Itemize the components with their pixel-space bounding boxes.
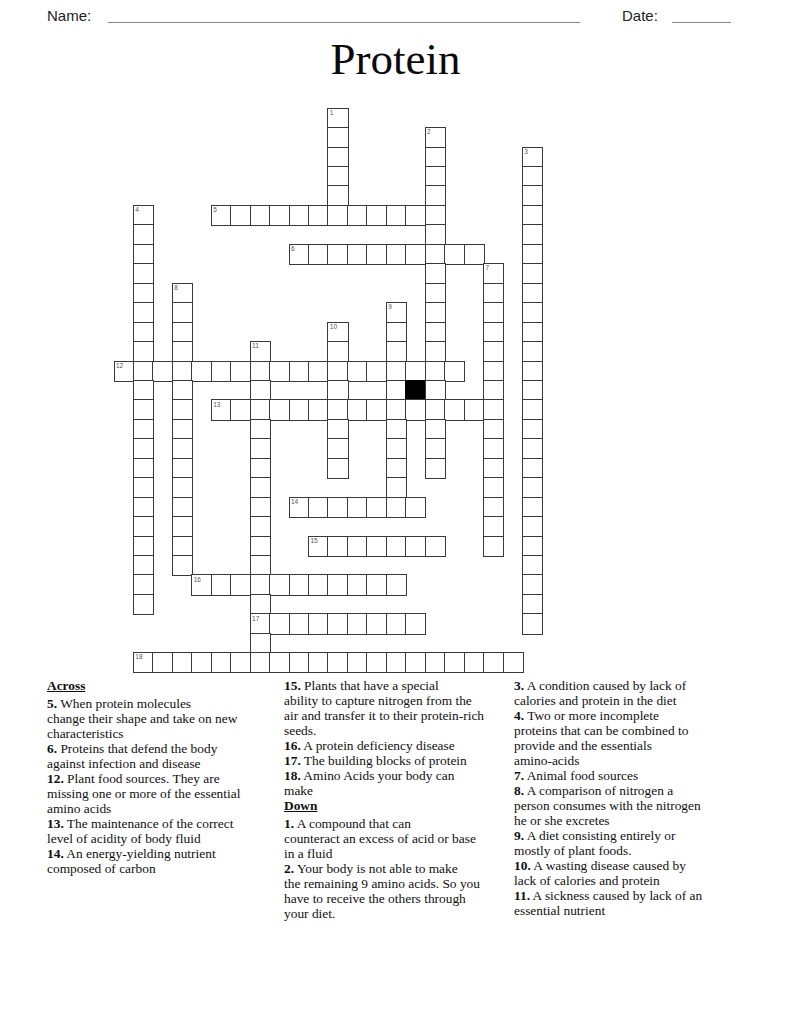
worksheet-page: Name: Date: Protein 12345678910111213141… xyxy=(0,0,791,1024)
grid-cell[interactable] xyxy=(250,613,271,634)
clue-number-label: 14. xyxy=(47,846,64,861)
grid-cell[interactable] xyxy=(522,185,543,206)
grid-cell[interactable] xyxy=(386,302,407,323)
black-cell xyxy=(405,380,426,401)
grid-cell[interactable] xyxy=(327,438,348,459)
clue-number-label: 1. xyxy=(284,816,294,831)
clue-number-label: 2. xyxy=(284,861,294,876)
grid-cell[interactable] xyxy=(327,341,348,362)
grid-cell[interactable] xyxy=(269,613,290,634)
grid-cell[interactable] xyxy=(522,341,543,362)
grid-cell[interactable] xyxy=(133,361,154,382)
grid-cell[interactable] xyxy=(172,438,193,459)
grid-cell[interactable] xyxy=(464,244,485,265)
grid-cell[interactable] xyxy=(133,536,154,557)
grid-cell[interactable] xyxy=(308,399,329,420)
grid-cell[interactable] xyxy=(405,536,426,557)
grid-cell[interactable] xyxy=(211,361,232,382)
grid-cell[interactable] xyxy=(405,613,426,634)
grid-cell[interactable] xyxy=(522,594,543,615)
grid-cell[interactable] xyxy=(366,497,387,518)
grid-cell[interactable] xyxy=(425,263,446,284)
grid-cell[interactable] xyxy=(464,652,485,673)
grid-cell[interactable] xyxy=(405,244,426,265)
grid-cell[interactable] xyxy=(308,652,329,673)
across-clue-6: 6. Proteins that defend the body against… xyxy=(47,741,290,771)
grid-cell[interactable] xyxy=(522,438,543,459)
grid-cell[interactable] xyxy=(327,399,348,420)
grid-cell[interactable] xyxy=(425,536,446,557)
grid-cell[interactable] xyxy=(483,341,504,362)
grid-cell[interactable] xyxy=(386,458,407,479)
grid-cell[interactable] xyxy=(366,613,387,634)
grid-cell[interactable] xyxy=(483,283,504,304)
grid-cell[interactable] xyxy=(522,322,543,343)
across-clue-17: 17. The building blocks of protein xyxy=(284,753,527,768)
grid-cell[interactable] xyxy=(483,302,504,323)
grid-cell[interactable] xyxy=(522,224,543,245)
grid-cell[interactable] xyxy=(230,652,251,673)
grid-cell[interactable] xyxy=(483,399,504,420)
grid-cell[interactable] xyxy=(483,516,504,537)
grid-cell[interactable] xyxy=(386,477,407,498)
grid-cell[interactable] xyxy=(425,244,446,265)
grid-cell[interactable] xyxy=(172,322,193,343)
grid-cell[interactable] xyxy=(250,477,271,498)
grid-cell[interactable] xyxy=(172,399,193,420)
grid-cell[interactable] xyxy=(172,380,193,401)
grid-cell[interactable] xyxy=(250,536,271,557)
grid-cell[interactable] xyxy=(133,574,154,595)
down-clue-11: 11. A sickness caused by lack of an esse… xyxy=(514,888,757,918)
grid-cell[interactable] xyxy=(464,399,485,420)
grid-cell[interactable] xyxy=(289,574,310,595)
grid-cell[interactable] xyxy=(289,361,310,382)
across-clue-14: 14. An energy-yielding nutrient composed… xyxy=(47,846,290,876)
grid-cell[interactable] xyxy=(483,380,504,401)
grid-cell[interactable] xyxy=(483,477,504,498)
clue-column-2: 15. Plants that have a special ability t… xyxy=(284,678,527,921)
grid-cell[interactable] xyxy=(386,613,407,634)
grid-cell[interactable] xyxy=(327,108,348,129)
grid-cell[interactable] xyxy=(327,205,348,226)
grid-cell[interactable] xyxy=(327,536,348,557)
grid-cell[interactable] xyxy=(522,536,543,557)
grid-cell[interactable] xyxy=(191,361,212,382)
grid-cell[interactable] xyxy=(250,574,271,595)
grid-cell[interactable] xyxy=(250,458,271,479)
clue-number-label: 8. xyxy=(514,783,524,798)
grid-cell[interactable] xyxy=(522,555,543,576)
grid-cell[interactable] xyxy=(133,399,154,420)
across-heading: Across xyxy=(47,678,290,693)
grid-cell[interactable] xyxy=(211,574,232,595)
grid-cell[interactable] xyxy=(289,652,310,673)
grid-cell[interactable] xyxy=(386,399,407,420)
grid-cell[interactable] xyxy=(386,536,407,557)
clue-number-label: 11. xyxy=(514,888,530,903)
grid-cell[interactable] xyxy=(425,185,446,206)
grid-cell[interactable] xyxy=(133,380,154,401)
grid-cell[interactable] xyxy=(172,361,193,382)
grid-cell[interactable] xyxy=(366,361,387,382)
grid-cell[interactable] xyxy=(133,594,154,615)
grid-cell[interactable] xyxy=(250,419,271,440)
grid-cell[interactable] xyxy=(405,652,426,673)
grid-cell[interactable] xyxy=(250,205,271,226)
grid-cell[interactable] xyxy=(133,497,154,518)
grid-cell[interactable] xyxy=(152,652,173,673)
name-label: Name: xyxy=(47,7,91,24)
grid-cell[interactable] xyxy=(327,244,348,265)
grid-cell[interactable] xyxy=(250,555,271,576)
grid-cell[interactable] xyxy=(327,497,348,518)
grid-cell[interactable] xyxy=(522,477,543,498)
grid-cell[interactable] xyxy=(269,205,290,226)
grid-cell[interactable] xyxy=(405,399,426,420)
clue-number-label: 3. xyxy=(514,678,524,693)
grid-cell[interactable] xyxy=(172,555,193,576)
grid-cell[interactable] xyxy=(483,263,504,284)
grid-cell[interactable] xyxy=(327,127,348,148)
grid-cell[interactable] xyxy=(522,263,543,284)
down-clue-7: 7. Animal food sources xyxy=(514,768,757,783)
grid-cell[interactable] xyxy=(172,652,193,673)
grid-cell[interactable] xyxy=(289,497,310,518)
clue-number-label: 4. xyxy=(514,708,524,723)
grid-cell[interactable] xyxy=(347,574,368,595)
grid-cell[interactable] xyxy=(347,536,368,557)
grid-cell[interactable] xyxy=(133,555,154,576)
grid-cell[interactable] xyxy=(133,224,154,245)
grid-cell[interactable] xyxy=(386,205,407,226)
grid-cell[interactable] xyxy=(366,652,387,673)
clue-number-label: 18. xyxy=(284,768,301,783)
grid-cell[interactable] xyxy=(133,244,154,265)
grid-cell[interactable] xyxy=(133,263,154,284)
grid-cell[interactable] xyxy=(250,652,271,673)
grid-cell[interactable] xyxy=(327,613,348,634)
grid-cell[interactable] xyxy=(386,574,407,595)
grid-cell[interactable] xyxy=(425,361,446,382)
grid-cell[interactable] xyxy=(347,652,368,673)
grid-cell[interactable] xyxy=(327,361,348,382)
grid-cell[interactable] xyxy=(250,361,271,382)
grid-cell[interactable] xyxy=(386,497,407,518)
grid-cell[interactable] xyxy=(289,399,310,420)
grid-cell[interactable] xyxy=(522,283,543,304)
grid-cell[interactable] xyxy=(211,399,232,420)
grid-cell[interactable] xyxy=(444,399,465,420)
grid-cell[interactable] xyxy=(522,361,543,382)
grid-cell[interactable] xyxy=(327,147,348,168)
grid-cell[interactable] xyxy=(327,458,348,479)
clue-column-1: Across5. When protein molecules change t… xyxy=(47,678,290,876)
clue-column-3: 3. A condition caused by lack of calorie… xyxy=(514,678,757,918)
grid-cell[interactable] xyxy=(483,322,504,343)
grid-cell[interactable] xyxy=(172,341,193,362)
grid-cell[interactable] xyxy=(327,185,348,206)
grid-cell[interactable] xyxy=(211,205,232,226)
grid-cell[interactable] xyxy=(308,574,329,595)
grid-cell[interactable] xyxy=(250,438,271,459)
grid-cell[interactable] xyxy=(425,399,446,420)
grid-cell[interactable] xyxy=(522,516,543,537)
grid-cell[interactable] xyxy=(425,322,446,343)
grid-cell[interactable] xyxy=(425,438,446,459)
grid-cell[interactable] xyxy=(386,652,407,673)
grid-cell[interactable] xyxy=(289,205,310,226)
grid-cell[interactable] xyxy=(425,283,446,304)
grid-cell[interactable] xyxy=(386,380,407,401)
grid-cell[interactable] xyxy=(308,613,329,634)
grid-cell[interactable] xyxy=(250,516,271,537)
grid-cell[interactable] xyxy=(425,652,446,673)
grid-cell[interactable] xyxy=(366,574,387,595)
grid-cell[interactable] xyxy=(483,438,504,459)
grid-cell[interactable] xyxy=(425,302,446,323)
down-clue-4: 4. Two or more incomplete proteins that … xyxy=(514,708,757,768)
down-clue-1: 1. A compound that can counteract an exc… xyxy=(284,816,527,861)
grid-cell[interactable] xyxy=(327,419,348,440)
grid-cell[interactable] xyxy=(172,302,193,323)
grid-cell[interactable] xyxy=(483,361,504,382)
grid-cell[interactable] xyxy=(405,361,426,382)
grid-cell[interactable] xyxy=(308,536,329,557)
down-clue-8: 8. A comparison of nitrogen a person con… xyxy=(514,783,757,828)
across-clue-15: 15. Plants that have a special ability t… xyxy=(284,678,527,738)
grid-cell[interactable] xyxy=(405,497,426,518)
grid-cell[interactable] xyxy=(250,341,271,362)
grid-cell[interactable] xyxy=(250,594,271,615)
grid-cell[interactable] xyxy=(347,613,368,634)
grid-cell[interactable] xyxy=(230,399,251,420)
grid-cell[interactable] xyxy=(366,244,387,265)
grid-cell[interactable] xyxy=(308,361,329,382)
down-clue-10: 10. A wasting disease caused by lack of … xyxy=(514,858,757,888)
grid-cell[interactable] xyxy=(289,244,310,265)
grid-cell[interactable] xyxy=(250,399,271,420)
date-blank-line[interactable] xyxy=(672,22,731,23)
grid-cell[interactable] xyxy=(522,166,543,187)
grid-cell[interactable] xyxy=(425,127,446,148)
grid-cell[interactable] xyxy=(172,536,193,557)
grid-cell[interactable] xyxy=(133,322,154,343)
grid-cell[interactable] xyxy=(152,361,173,382)
grid-cell[interactable] xyxy=(133,302,154,323)
grid-cell[interactable] xyxy=(366,399,387,420)
grid-cell[interactable] xyxy=(250,497,271,518)
grid-cell[interactable] xyxy=(483,652,504,673)
grid-cell[interactable] xyxy=(386,361,407,382)
down-clue-2: 2. Your body is not able to make the rem… xyxy=(284,861,527,921)
crossword-grid: 123456789101112131415161718 xyxy=(114,108,542,673)
grid-cell[interactable] xyxy=(347,205,368,226)
grid-cell[interactable] xyxy=(522,380,543,401)
grid-cell[interactable] xyxy=(444,244,465,265)
clue-number-label: 9. xyxy=(514,828,524,843)
grid-cell[interactable] xyxy=(327,380,348,401)
grid-cell[interactable] xyxy=(425,147,446,168)
grid-cell[interactable] xyxy=(133,477,154,498)
grid-cell[interactable] xyxy=(366,536,387,557)
clue-number-label: 15. xyxy=(284,678,301,693)
across-clue-12: 12. Plant food sources. They are missing… xyxy=(47,771,290,816)
down-clue-3: 3. A condition caused by lack of calorie… xyxy=(514,678,757,708)
grid-cell[interactable] xyxy=(386,438,407,459)
grid-cell[interactable] xyxy=(327,574,348,595)
grid-cell[interactable] xyxy=(114,361,135,382)
grid-cell[interactable] xyxy=(522,302,543,323)
clue-number-label: 17. xyxy=(284,753,301,768)
grid-cell[interactable] xyxy=(172,419,193,440)
grid-cell[interactable] xyxy=(425,458,446,479)
grid-cell[interactable] xyxy=(425,166,446,187)
grid-cell[interactable] xyxy=(230,205,251,226)
grid-cell[interactable] xyxy=(386,244,407,265)
grid-cell[interactable] xyxy=(191,574,212,595)
grid-cell[interactable] xyxy=(386,322,407,343)
grid-cell[interactable] xyxy=(191,652,212,673)
grid-cell[interactable] xyxy=(133,205,154,226)
grid-cell[interactable] xyxy=(230,574,251,595)
clue-number-label: 10. xyxy=(514,858,531,873)
grid-cell[interactable] xyxy=(347,497,368,518)
grid-cell[interactable] xyxy=(133,438,154,459)
grid-cell[interactable] xyxy=(250,633,271,654)
grid-cell[interactable] xyxy=(522,399,543,420)
grid-cell[interactable] xyxy=(211,652,232,673)
grid-cell[interactable] xyxy=(289,613,310,634)
grid-cell[interactable] xyxy=(133,652,154,673)
grid-cell[interactable] xyxy=(269,574,290,595)
date-label: Date: xyxy=(622,7,658,24)
grid-cell[interactable] xyxy=(172,458,193,479)
grid-cell[interactable] xyxy=(483,419,504,440)
grid-cell[interactable] xyxy=(444,361,465,382)
grid-cell[interactable] xyxy=(503,652,524,673)
clue-number-label: 13. xyxy=(47,816,64,831)
grid-cell[interactable] xyxy=(250,380,271,401)
grid-cell[interactable] xyxy=(425,419,446,440)
grid-cell[interactable] xyxy=(405,205,426,226)
grid-cell[interactable] xyxy=(308,244,329,265)
grid-cell[interactable] xyxy=(308,205,329,226)
grid-cell[interactable] xyxy=(522,244,543,265)
across-clue-13: 13. The maintenance of the correct level… xyxy=(47,816,290,846)
grid-cell[interactable] xyxy=(230,361,251,382)
grid-cell[interactable] xyxy=(425,224,446,245)
grid-cell[interactable] xyxy=(327,322,348,343)
grid-cell[interactable] xyxy=(522,497,543,518)
grid-cell[interactable] xyxy=(133,516,154,537)
grid-cell[interactable] xyxy=(425,341,446,362)
grid-cell[interactable] xyxy=(522,458,543,479)
grid-cell[interactable] xyxy=(386,419,407,440)
down-clue-9: 9. A diet consisting entirely or mostly … xyxy=(514,828,757,858)
clue-number-label: 7. xyxy=(514,768,524,783)
name-blank-line[interactable] xyxy=(108,22,580,23)
grid-cell[interactable] xyxy=(483,536,504,557)
grid-cell[interactable] xyxy=(269,652,290,673)
across-clue-18: 18. Amino Acids your body can make xyxy=(284,768,527,798)
grid-cell[interactable] xyxy=(133,419,154,440)
grid-cell[interactable] xyxy=(386,341,407,362)
grid-cell[interactable] xyxy=(133,458,154,479)
grid-cell[interactable] xyxy=(347,399,368,420)
grid-cell[interactable] xyxy=(366,205,387,226)
grid-cell[interactable] xyxy=(327,166,348,187)
grid-cell[interactable] xyxy=(172,516,193,537)
grid-cell[interactable] xyxy=(347,244,368,265)
grid-cell[interactable] xyxy=(483,497,504,518)
grid-cell[interactable] xyxy=(133,341,154,362)
grid-cell[interactable] xyxy=(133,283,154,304)
clue-number-label: 6. xyxy=(47,741,57,756)
grid-cell[interactable] xyxy=(444,652,465,673)
grid-cell[interactable] xyxy=(172,283,193,304)
clue-number-label: 12. xyxy=(47,771,64,786)
grid-cell[interactable] xyxy=(269,361,290,382)
puzzle-title: Protein xyxy=(0,33,791,85)
grid-cell[interactable] xyxy=(425,380,446,401)
down-heading: Down xyxy=(284,798,527,813)
grid-cell[interactable] xyxy=(347,361,368,382)
grid-cell[interactable] xyxy=(308,497,329,518)
clue-number-label: 16. xyxy=(284,738,301,753)
grid-cell[interactable] xyxy=(522,419,543,440)
clue-number-label: 5. xyxy=(47,696,57,711)
grid-cell[interactable] xyxy=(172,477,193,498)
grid-cell[interactable] xyxy=(522,205,543,226)
grid-cell[interactable] xyxy=(483,458,504,479)
grid-cell[interactable] xyxy=(269,399,290,420)
across-clue-16: 16. A protein deficiency disease xyxy=(284,738,527,753)
grid-cell[interactable] xyxy=(522,613,543,634)
across-clue-5: 5. When protein molecules change their s… xyxy=(47,696,290,741)
grid-cell[interactable] xyxy=(327,652,348,673)
grid-cell[interactable] xyxy=(172,497,193,518)
grid-cell[interactable] xyxy=(425,205,446,226)
grid-cell[interactable] xyxy=(522,147,543,168)
grid-cell[interactable] xyxy=(522,574,543,595)
